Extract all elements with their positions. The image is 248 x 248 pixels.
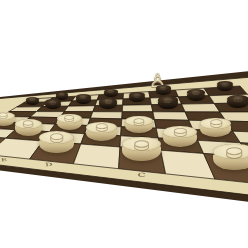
checker-top: ⛂	[227, 95, 248, 103]
checker-light[interactable]: ⛀	[122, 137, 161, 161]
light-draughts-glyph: ⛀	[49, 131, 64, 144]
checker-dark[interactable]: ⛂	[227, 95, 248, 109]
dark-draughts-glyph: ⛂	[160, 85, 166, 91]
checker-light[interactable]: ⛀	[200, 118, 231, 137]
checker-light[interactable]: ⛀	[213, 144, 248, 171]
light-draughts-glyph: ⛀	[209, 118, 222, 130]
checker-top: ⛂	[56, 92, 68, 97]
dark-draughts-glyph: ⛂	[133, 92, 140, 98]
checker-light[interactable]: ⛀	[39, 131, 74, 153]
checker-light[interactable]: ⛀	[86, 122, 117, 141]
dark-draughts-glyph: ⛂	[49, 99, 56, 105]
light-draughts-glyph: ⛀	[64, 114, 75, 124]
dark-draughts-glyph: ⛂	[222, 81, 229, 87]
checker-top: ⛂	[76, 94, 91, 100]
checker-top: ⛂	[187, 89, 205, 96]
light-draughts-glyph: ⛀	[133, 137, 149, 151]
checker-dark[interactable]: ⛂	[104, 89, 118, 97]
checker-dark[interactable]: ⛂	[217, 81, 234, 91]
checker-dark[interactable]: ⛂	[156, 85, 171, 94]
border-label-D: D	[45, 161, 53, 167]
dark-draughts-glyph: ⛂	[192, 89, 200, 96]
checker-dark[interactable]: ⛂	[99, 98, 117, 109]
checker-light[interactable]: ⛀	[125, 116, 153, 134]
border-label-C: C	[137, 171, 146, 178]
checker-top: ⛂	[158, 96, 178, 103]
dark-draughts-glyph: ⛂	[30, 97, 36, 102]
checker-dark[interactable]: ⛂	[26, 97, 40, 105]
checker-dark[interactable]: ⛂	[158, 96, 178, 108]
dark-draughts-glyph: ⛂	[80, 94, 86, 100]
light-draughts-glyph: ⛀	[0, 112, 8, 121]
checker-top: ⛂	[104, 89, 118, 94]
checker-top: ⛂	[26, 97, 40, 102]
dark-draughts-glyph: ⛂	[163, 96, 171, 103]
checker-light[interactable]: ⛀	[163, 126, 197, 147]
checker-top: ⛀	[163, 126, 197, 139]
board-photo: EDC ⛂⛂⛂⛂⛂⛂⛂⛂⛂⛂⛂⛂⛀⛀⛀⛀⛀⛀⛀⛀⛀⛀⛀⛀ ♙	[0, 0, 248, 248]
light-draughts-glyph: ⛀	[173, 126, 187, 139]
light-draughts-glyph: ⛀	[23, 119, 35, 129]
square-g6[interactable]	[182, 104, 220, 113]
checker-dark[interactable]: ⛂	[187, 89, 205, 100]
square-f5[interactable]	[153, 112, 189, 121]
dark-draughts-glyph: ⛂	[59, 92, 64, 97]
square-e6[interactable]	[122, 105, 153, 112]
checker-top: ⛂	[156, 85, 171, 91]
square-d5[interactable]	[90, 112, 122, 119]
dark-draughts-glyph: ⛂	[108, 89, 114, 94]
light-draughts-glyph: ⛀	[133, 116, 145, 127]
checker-dark[interactable]: ⛂	[129, 92, 146, 102]
checker-top: ⛀	[125, 116, 153, 127]
checker-top: ⛂	[99, 98, 117, 105]
checker-dark[interactable]: ⛂	[45, 99, 62, 109]
dark-draughts-glyph: ⛂	[234, 95, 243, 103]
light-draughts-glyph: ⛀	[225, 144, 243, 160]
checker-light[interactable]: ⛀	[0, 112, 15, 126]
light-draughts-glyph: ⛀	[95, 122, 108, 133]
checker-light[interactable]: ⛀	[57, 114, 83, 130]
checker-dark[interactable]: ⛂	[76, 94, 91, 103]
square-c6[interactable]	[64, 106, 95, 112]
dark-draughts-glyph: ⛂	[104, 98, 112, 105]
